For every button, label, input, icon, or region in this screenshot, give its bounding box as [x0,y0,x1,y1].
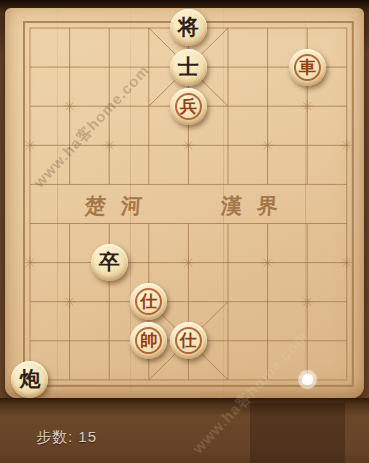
piece-glyph: 兵 [175,93,202,120]
piece-red-advisor[interactable]: 仕 [130,283,167,320]
move-count: 步数: 15 [36,428,97,447]
piece-glyph: 車 [294,54,321,81]
top-bar [0,0,369,8]
piece-black-cannon[interactable]: 炮 [11,361,48,398]
piece-glyph: 卒 [99,252,120,273]
move-origin-highlight [302,374,313,385]
piece-glyph: 仕 [175,327,202,354]
piece-black-advisor[interactable]: 士 [170,49,207,86]
piece-red-chariot[interactable]: 車 [289,49,326,86]
piece-red-soldier[interactable]: 兵 [170,88,207,125]
pieces-grid: 将士車兵卒仕帥仕炮 [10,8,366,399]
piece-black-general[interactable]: 将 [170,9,207,46]
xiangqi-board[interactable]: 楚河 漢界 将士車兵卒仕帥仕炮 www.ha客home.com [5,8,364,398]
app-screen: 楚河 漢界 将士車兵卒仕帥仕炮 www.ha客home.com 步数: 15 w… [0,0,369,463]
piece-glyph: 士 [178,57,199,78]
piece-glyph: 帥 [135,327,162,354]
status-bar: 步数: 15 [0,398,369,463]
piece-glyph: 将 [178,17,199,38]
shadow-patch [250,403,345,463]
piece-red-advisor[interactable]: 仕 [170,322,207,359]
piece-glyph: 仕 [135,288,162,315]
piece-red-general[interactable]: 帥 [130,322,167,359]
piece-black-soldier[interactable]: 卒 [91,244,128,281]
piece-glyph: 炮 [19,369,40,390]
